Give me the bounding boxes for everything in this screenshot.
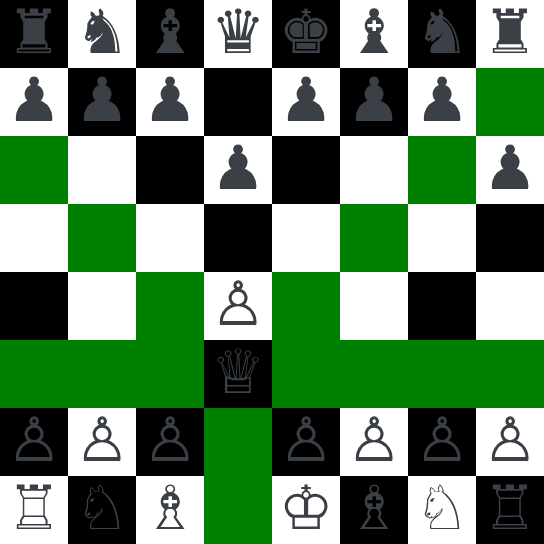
square-c3[interactable]: [136, 340, 204, 408]
square-a2[interactable]: ♙: [0, 408, 68, 476]
piece-black-pawn[interactable]: ♟: [279, 68, 334, 134]
square-a8[interactable]: ♜: [0, 0, 68, 68]
square-g8[interactable]: ♞: [408, 0, 476, 68]
piece-black-pawn[interactable]: ♟: [347, 68, 402, 134]
piece-white-pawn[interactable]: ♙: [415, 408, 470, 474]
square-b5[interactable]: [68, 204, 136, 272]
piece-white-pawn[interactable]: ♙: [211, 272, 266, 338]
square-b1[interactable]: ♘: [68, 476, 136, 544]
square-g6[interactable]: [408, 136, 476, 204]
square-h6[interactable]: ♟: [476, 136, 544, 204]
piece-white-knight[interactable]: ♘: [75, 476, 130, 542]
piece-white-pawn[interactable]: ♙: [347, 408, 402, 474]
piece-black-pawn[interactable]: ♟: [75, 68, 130, 134]
square-e5[interactable]: [272, 204, 340, 272]
piece-black-pawn[interactable]: ♟: [415, 68, 470, 134]
square-d4[interactable]: ♙: [204, 272, 272, 340]
square-d3[interactable]: ♕: [204, 340, 272, 408]
square-a5[interactable]: [0, 204, 68, 272]
square-f2[interactable]: ♙: [340, 408, 408, 476]
square-f7[interactable]: ♟: [340, 68, 408, 136]
square-h5[interactable]: [476, 204, 544, 272]
square-e8[interactable]: ♚: [272, 0, 340, 68]
square-h1[interactable]: ♖: [476, 476, 544, 544]
piece-black-bishop[interactable]: ♝: [347, 0, 402, 66]
piece-white-knight[interactable]: ♘: [415, 476, 470, 542]
square-g2[interactable]: ♙: [408, 408, 476, 476]
square-h2[interactable]: ♙: [476, 408, 544, 476]
square-b4[interactable]: [68, 272, 136, 340]
square-d1[interactable]: [204, 476, 272, 544]
piece-white-pawn[interactable]: ♙: [143, 408, 198, 474]
square-f1[interactable]: ♗: [340, 476, 408, 544]
square-b2[interactable]: ♙: [68, 408, 136, 476]
square-f6[interactable]: [340, 136, 408, 204]
piece-black-knight[interactable]: ♞: [415, 0, 470, 66]
square-f5[interactable]: [340, 204, 408, 272]
square-d5[interactable]: [204, 204, 272, 272]
piece-white-pawn[interactable]: ♙: [279, 408, 334, 474]
piece-white-rook[interactable]: ♖: [7, 476, 62, 542]
square-d8[interactable]: ♛: [204, 0, 272, 68]
piece-black-queen[interactable]: ♛: [211, 0, 266, 66]
piece-white-pawn[interactable]: ♙: [483, 408, 538, 474]
square-h8[interactable]: ♜: [476, 0, 544, 68]
piece-white-bishop[interactable]: ♗: [347, 476, 402, 542]
square-c4[interactable]: [136, 272, 204, 340]
square-d6[interactable]: ♟: [204, 136, 272, 204]
square-b8[interactable]: ♞: [68, 0, 136, 68]
piece-black-rook[interactable]: ♜: [7, 0, 62, 66]
square-a7[interactable]: ♟: [0, 68, 68, 136]
square-e3[interactable]: [272, 340, 340, 408]
piece-black-pawn[interactable]: ♟: [143, 68, 198, 134]
square-c5[interactable]: [136, 204, 204, 272]
square-c2[interactable]: ♙: [136, 408, 204, 476]
square-e1[interactable]: ♔: [272, 476, 340, 544]
piece-white-pawn[interactable]: ♙: [7, 408, 62, 474]
square-g3[interactable]: [408, 340, 476, 408]
square-c6[interactable]: [136, 136, 204, 204]
piece-black-pawn[interactable]: ♟: [7, 68, 62, 134]
square-b3[interactable]: [68, 340, 136, 408]
square-e4[interactable]: [272, 272, 340, 340]
square-a3[interactable]: [0, 340, 68, 408]
square-c1[interactable]: ♗: [136, 476, 204, 544]
piece-white-queen[interactable]: ♕: [211, 340, 266, 406]
piece-white-bishop[interactable]: ♗: [143, 476, 198, 542]
square-a4[interactable]: [0, 272, 68, 340]
square-e2[interactable]: ♙: [272, 408, 340, 476]
square-f8[interactable]: ♝: [340, 0, 408, 68]
square-c8[interactable]: ♝: [136, 0, 204, 68]
square-h3[interactable]: [476, 340, 544, 408]
square-a6[interactable]: [0, 136, 68, 204]
square-g4[interactable]: [408, 272, 476, 340]
piece-black-pawn[interactable]: ♟: [483, 136, 538, 202]
square-a1[interactable]: ♖: [0, 476, 68, 544]
piece-white-king[interactable]: ♔: [279, 476, 334, 542]
piece-black-knight[interactable]: ♞: [75, 0, 130, 66]
square-h7[interactable]: [476, 68, 544, 136]
square-b7[interactable]: ♟: [68, 68, 136, 136]
piece-black-pawn[interactable]: ♟: [211, 136, 266, 202]
chess-board: ♜♞♝♛♚♝♞♜♟♟♟♟♟♟♟♟♙♕♙♙♙♙♙♙♙♖♘♗♔♗♘♖: [0, 0, 544, 544]
square-d7[interactable]: [204, 68, 272, 136]
square-e7[interactable]: ♟: [272, 68, 340, 136]
square-g1[interactable]: ♘: [408, 476, 476, 544]
piece-white-pawn[interactable]: ♙: [75, 408, 130, 474]
square-f3[interactable]: [340, 340, 408, 408]
square-h4[interactable]: [476, 272, 544, 340]
piece-black-king[interactable]: ♚: [279, 0, 334, 66]
piece-black-bishop[interactable]: ♝: [143, 0, 198, 66]
square-c7[interactable]: ♟: [136, 68, 204, 136]
square-d2[interactable]: [204, 408, 272, 476]
square-f4[interactable]: [340, 272, 408, 340]
square-g7[interactable]: ♟: [408, 68, 476, 136]
piece-white-rook[interactable]: ♖: [483, 476, 538, 542]
square-b6[interactable]: [68, 136, 136, 204]
square-e6[interactable]: [272, 136, 340, 204]
square-g5[interactable]: [408, 204, 476, 272]
piece-black-rook[interactable]: ♜: [483, 0, 538, 66]
